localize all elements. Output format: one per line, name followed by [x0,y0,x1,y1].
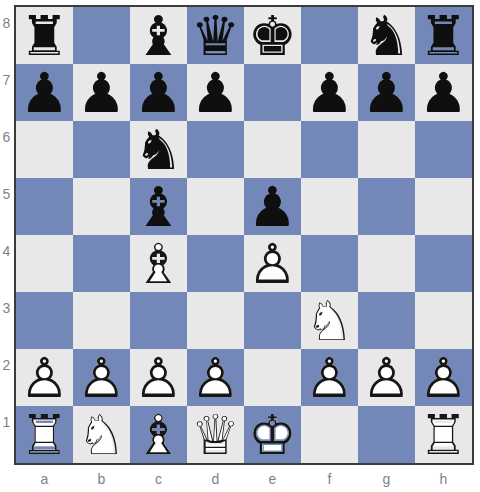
square-d6[interactable] [187,121,244,178]
square-d5[interactable] [187,178,244,235]
piece-white-king: ♔ [244,407,301,464]
rank-label-7: 7 [0,64,13,121]
rank-label-1: 1 [0,406,13,463]
piece-black-pawn: ♟ [16,65,73,122]
rank-label-6: 6 [0,121,13,178]
square-g2[interactable]: ♟♙ [358,349,415,406]
piece-white-bishop: ♗ [130,236,187,293]
file-label-e: e [244,468,301,490]
square-e3[interactable] [244,292,301,349]
square-f8[interactable] [301,7,358,64]
square-g6[interactable] [358,121,415,178]
square-c2[interactable]: ♟♙ [130,349,187,406]
piece-white-pawn-fill: ♟ [73,350,130,407]
square-f3[interactable]: ♞♘ [301,292,358,349]
square-e1[interactable]: ♚♔ [244,406,301,463]
piece-black-king: ♚ [244,8,301,65]
file-label-c: c [130,468,187,490]
square-a7[interactable]: ♟ [16,64,73,121]
square-a8[interactable]: ♜ [16,7,73,64]
square-b4[interactable] [73,235,130,292]
square-a1[interactable]: ♜♖ [16,406,73,463]
piece-white-pawn: ♙ [301,350,358,407]
piece-white-pawn: ♙ [16,350,73,407]
square-f7[interactable]: ♟ [301,64,358,121]
square-e5[interactable]: ♟ [244,178,301,235]
square-c8[interactable]: ♝ [130,7,187,64]
square-c5[interactable]: ♝ [130,178,187,235]
piece-black-rook: ♜ [16,8,73,65]
piece-black-knight: ♞ [130,122,187,179]
square-c3[interactable] [130,292,187,349]
piece-white-pawn-fill: ♟ [130,350,187,407]
piece-black-bishop: ♝ [130,8,187,65]
piece-white-queen-fill: ♛ [187,407,244,464]
square-h3[interactable] [415,292,472,349]
piece-white-bishop: ♗ [130,407,187,464]
chess-board: ♜♝♛♚♞♜♟♟♟♟♟♟♟♞♝♟♝♗♟♙♞♘♟♙♟♙♟♙♟♙♟♙♟♙♟♙♜♖♞♘… [14,5,474,465]
rank-label-3: 3 [0,292,13,349]
square-d4[interactable] [187,235,244,292]
square-a4[interactable] [16,235,73,292]
square-f1[interactable] [301,406,358,463]
piece-white-pawn-fill: ♟ [358,350,415,407]
rank-labels: 87654321 [0,7,13,463]
square-h4[interactable] [415,235,472,292]
square-d8[interactable]: ♛ [187,7,244,64]
square-h6[interactable] [415,121,472,178]
piece-black-pawn: ♟ [244,179,301,236]
square-b1[interactable]: ♞♘ [73,406,130,463]
square-d7[interactable]: ♟ [187,64,244,121]
square-b5[interactable] [73,178,130,235]
rank-label-4: 4 [0,235,13,292]
piece-black-knight: ♞ [358,8,415,65]
piece-white-pawn-fill: ♟ [244,236,301,293]
piece-black-pawn: ♟ [187,65,244,122]
chess-diagram: 87654321 ♜♝♛♚♞♜♟♟♟♟♟♟♟♞♝♟♝♗♟♙♞♘♟♙♟♙♟♙♟♙♟… [0,0,480,492]
square-g5[interactable] [358,178,415,235]
piece-black-pawn: ♟ [130,65,187,122]
square-h7[interactable]: ♟ [415,64,472,121]
square-e6[interactable] [244,121,301,178]
piece-white-pawn: ♙ [130,350,187,407]
square-h5[interactable] [415,178,472,235]
piece-white-pawn-fill: ♟ [187,350,244,407]
piece-white-pawn: ♙ [73,350,130,407]
square-d1[interactable]: ♛♕ [187,406,244,463]
square-f5[interactable] [301,178,358,235]
piece-black-pawn: ♟ [73,65,130,122]
piece-white-knight-fill: ♞ [73,407,130,464]
piece-black-queen: ♛ [187,8,244,65]
piece-white-rook-fill: ♜ [415,407,472,464]
file-label-h: h [415,468,472,490]
square-f4[interactable] [301,235,358,292]
file-labels: abcdefgh [16,468,472,490]
piece-black-pawn: ♟ [301,65,358,122]
square-g8[interactable]: ♞ [358,7,415,64]
piece-white-queen: ♕ [187,407,244,464]
file-label-b: b [73,468,130,490]
piece-white-pawn-fill: ♟ [415,350,472,407]
square-b2[interactable]: ♟♙ [73,349,130,406]
piece-white-knight-fill: ♞ [301,293,358,350]
square-b3[interactable] [73,292,130,349]
square-d3[interactable] [187,292,244,349]
square-e4[interactable]: ♟♙ [244,235,301,292]
file-label-d: d [187,468,244,490]
square-h8[interactable]: ♜ [415,7,472,64]
square-e2[interactable] [244,349,301,406]
square-b8[interactable] [73,7,130,64]
piece-black-bishop: ♝ [130,179,187,236]
piece-white-pawn: ♙ [187,350,244,407]
file-label-a: a [16,468,73,490]
square-g1[interactable] [358,406,415,463]
square-c4[interactable]: ♝♗ [130,235,187,292]
piece-black-pawn: ♟ [358,65,415,122]
rank-label-2: 2 [0,349,13,406]
piece-black-pawn: ♟ [415,65,472,122]
square-a3[interactable] [16,292,73,349]
square-b7[interactable]: ♟ [73,64,130,121]
square-a6[interactable] [16,121,73,178]
piece-white-bishop-fill: ♝ [130,236,187,293]
rank-label-8: 8 [0,7,13,64]
file-label-f: f [301,468,358,490]
piece-white-rook: ♖ [16,407,73,464]
square-c6[interactable]: ♞ [130,121,187,178]
piece-white-king-fill: ♚ [244,407,301,464]
square-a5[interactable] [16,178,73,235]
square-e8[interactable]: ♚ [244,7,301,64]
square-g7[interactable]: ♟ [358,64,415,121]
piece-white-bishop-fill: ♝ [130,407,187,464]
file-label-g: g [358,468,415,490]
piece-white-pawn: ♙ [358,350,415,407]
square-g3[interactable] [358,292,415,349]
piece-white-pawn-fill: ♟ [301,350,358,407]
square-g4[interactable] [358,235,415,292]
square-h1[interactable]: ♜♖ [415,406,472,463]
square-d2[interactable]: ♟♙ [187,349,244,406]
piece-white-pawn-fill: ♟ [16,350,73,407]
piece-white-rook-fill: ♜ [16,407,73,464]
square-c1[interactable]: ♝♗ [130,406,187,463]
piece-white-pawn: ♙ [244,236,301,293]
piece-white-rook: ♖ [415,407,472,464]
square-f2[interactable]: ♟♙ [301,349,358,406]
piece-black-rook: ♜ [415,8,472,65]
rank-label-5: 5 [0,178,13,235]
piece-white-knight: ♘ [73,407,130,464]
square-b6[interactable] [73,121,130,178]
piece-white-knight: ♘ [301,293,358,350]
piece-white-pawn: ♙ [415,350,472,407]
square-a2[interactable]: ♟♙ [16,349,73,406]
square-h2[interactable]: ♟♙ [415,349,472,406]
square-e7[interactable] [244,64,301,121]
square-c7[interactable]: ♟ [130,64,187,121]
square-f6[interactable] [301,121,358,178]
